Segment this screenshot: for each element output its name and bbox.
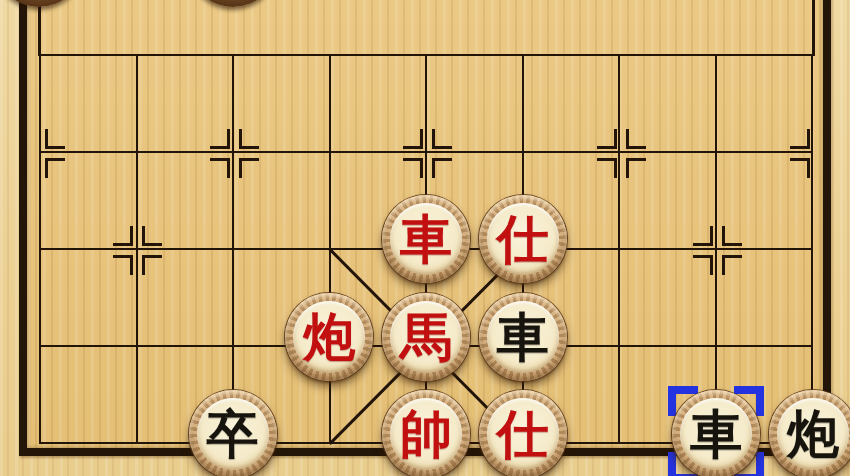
piece-glyph: 車 (400, 213, 452, 265)
marker-arm (210, 158, 230, 178)
piece-face: 卒 (197, 398, 269, 470)
marker-arm (597, 158, 617, 178)
piece-red-general[interactable]: 帥 (382, 390, 470, 476)
piece-glyph: 炮 (787, 408, 839, 460)
piece-glyph: 卒 (207, 408, 259, 460)
piece-glyph: 仕 (497, 408, 549, 460)
piece-black-chariot-1[interactable]: 車 (479, 293, 567, 381)
piece-black-cannon[interactable]: 炮 (769, 390, 850, 476)
marker-arm (113, 255, 133, 275)
marker-arm (790, 158, 810, 178)
piece-glyph: 仕 (497, 213, 549, 265)
page-title: Xiangqi (Chinese Chess) (0, 0, 1, 1)
piece-glyph: 馬 (400, 311, 452, 363)
piece-face: 仕 (487, 203, 559, 275)
marker-arm (45, 129, 65, 149)
marker-arm (626, 158, 646, 178)
piece-glyph: 帥 (400, 408, 452, 460)
piece-glyph: 炮 (303, 311, 355, 363)
marker-arm (693, 226, 713, 246)
marker-arm (722, 226, 742, 246)
piece-face: 車 (680, 398, 752, 470)
marker-arm (597, 129, 617, 149)
marker-arm (722, 255, 742, 275)
marker-arm (790, 129, 810, 149)
marker-arm (210, 129, 230, 149)
piece-black-soldier[interactable]: 卒 (189, 390, 277, 476)
piece-face: 車 (390, 203, 462, 275)
piece-glyph: 車 (497, 311, 549, 363)
piece-red-chariot[interactable]: 車 (382, 195, 470, 283)
piece-red-horse[interactable]: 馬 (382, 293, 470, 381)
marker-arm (432, 129, 452, 149)
piece-face: 車 (487, 301, 559, 373)
marker-arm (239, 158, 259, 178)
marker-arm (432, 158, 452, 178)
piece-red-advisor-1[interactable]: 仕 (479, 195, 567, 283)
piece-black-chariot-2[interactable]: 車 (672, 390, 760, 476)
marker-arm (142, 255, 162, 275)
marker-arm (403, 129, 423, 149)
marker-arm (403, 158, 423, 178)
piece-face: 帥 (390, 398, 462, 470)
marker-arm (693, 255, 713, 275)
marker-arm (239, 129, 259, 149)
marker-arm (113, 226, 133, 246)
piece-face: 馬 (390, 301, 462, 373)
marker-arm (142, 226, 162, 246)
piece-red-cannon[interactable]: 炮 (285, 293, 373, 381)
river-edge-file-right (812, 0, 815, 56)
piece-face: 炮 (777, 398, 849, 470)
piece-face: 炮 (293, 301, 365, 373)
marker-arm (626, 129, 646, 149)
piece-glyph: 車 (690, 408, 742, 460)
piece-red-advisor-2[interactable]: 仕 (479, 390, 567, 476)
board-cell[interactable] (40, 346, 137, 443)
xiangqi-screenshot: Xiangqi (Chinese Chess) 車仕炮馬車卒帥仕車炮 (0, 0, 850, 476)
piece-face: 仕 (487, 398, 559, 470)
marker-arm (45, 158, 65, 178)
river-edge-file-left (38, 0, 41, 56)
